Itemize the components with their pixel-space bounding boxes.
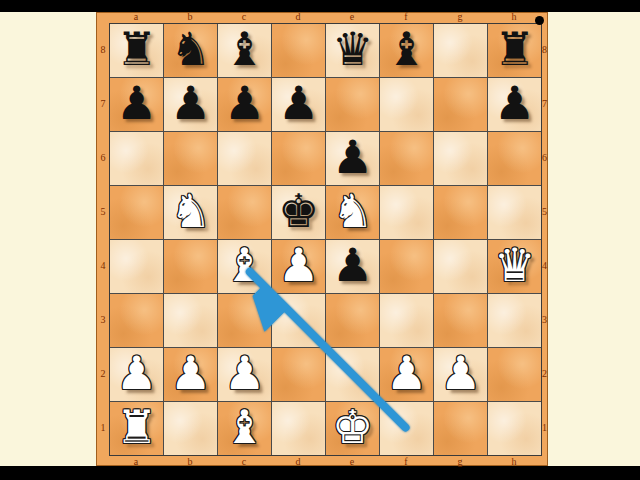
rank-label-left-4: 4 (97, 239, 109, 293)
black-rook[interactable]: ♜ (110, 24, 163, 77)
square-f6[interactable] (380, 132, 433, 185)
rank-label-right-8: 8 (540, 23, 549, 77)
rank-label-left-8: 8 (97, 23, 109, 77)
square-a4[interactable] (110, 240, 163, 293)
rank-label-right-1: 1 (540, 401, 549, 455)
rank-label-left-5: 5 (97, 185, 109, 239)
white-pawn[interactable]: ♟ (164, 348, 217, 401)
black-bishop[interactable]: ♝ (218, 24, 271, 77)
square-c5[interactable] (218, 186, 271, 239)
square-f5[interactable] (380, 186, 433, 239)
file-label-bottom-h: h (487, 456, 541, 467)
square-h8[interactable]: ♜ (488, 24, 541, 77)
white-bishop[interactable]: ♝ (218, 402, 271, 455)
square-d4[interactable]: ♟ (272, 240, 325, 293)
square-f4[interactable] (380, 240, 433, 293)
white-pawn[interactable]: ♟ (110, 348, 163, 401)
square-h4[interactable]: ♛ (488, 240, 541, 293)
side-to-move-indicator (535, 16, 544, 25)
letterbox-bottom-bar (0, 466, 640, 480)
white-knight[interactable]: ♞ (164, 186, 217, 239)
rank-label-left-7: 7 (97, 77, 109, 131)
square-e6[interactable]: ♟ (326, 132, 379, 185)
square-h2[interactable] (488, 348, 541, 401)
square-e5[interactable]: ♞ (326, 186, 379, 239)
white-rook[interactable]: ♜ (110, 402, 163, 455)
letterbox-top-bar (0, 0, 640, 12)
black-king[interactable]: ♚ (272, 186, 325, 239)
square-e1[interactable]: ♚ (326, 402, 379, 455)
square-g2[interactable]: ♟ (434, 348, 487, 401)
rank-label-right-4: 4 (540, 239, 549, 293)
square-c7[interactable]: ♟ (218, 78, 271, 131)
square-a7[interactable]: ♟ (110, 78, 163, 131)
square-b8[interactable]: ♞ (164, 24, 217, 77)
square-d1[interactable] (272, 402, 325, 455)
square-f7[interactable] (380, 78, 433, 131)
rank-label-left-6: 6 (97, 131, 109, 185)
square-d8[interactable] (272, 24, 325, 77)
square-d7[interactable]: ♟ (272, 78, 325, 131)
black-pawn[interactable]: ♟ (218, 78, 271, 131)
square-a1[interactable]: ♜ (110, 402, 163, 455)
square-g5[interactable] (434, 186, 487, 239)
square-g7[interactable] (434, 78, 487, 131)
black-rook[interactable]: ♜ (488, 24, 541, 77)
rank-label-left-3: 3 (97, 293, 109, 347)
square-e2[interactable] (326, 348, 379, 401)
file-label-bottom-f: f (379, 456, 433, 467)
black-bishop[interactable]: ♝ (380, 24, 433, 77)
file-label-top-g: g (433, 12, 487, 22)
white-pawn[interactable]: ♟ (272, 240, 325, 293)
square-d6[interactable] (272, 132, 325, 185)
file-label-bottom-g: g (433, 456, 487, 467)
square-b5[interactable]: ♞ (164, 186, 217, 239)
square-d3[interactable] (272, 294, 325, 347)
square-e7[interactable] (326, 78, 379, 131)
square-h1[interactable] (488, 402, 541, 455)
square-g4[interactable] (434, 240, 487, 293)
square-g8[interactable] (434, 24, 487, 77)
square-a2[interactable]: ♟ (110, 348, 163, 401)
square-g3[interactable] (434, 294, 487, 347)
square-a6[interactable] (110, 132, 163, 185)
white-pawn[interactable]: ♟ (218, 348, 271, 401)
square-b7[interactable]: ♟ (164, 78, 217, 131)
file-label-top-d: d (271, 12, 325, 22)
white-knight[interactable]: ♞ (326, 186, 379, 239)
square-b1[interactable] (164, 402, 217, 455)
square-h6[interactable] (488, 132, 541, 185)
white-bishop[interactable]: ♝ (218, 240, 271, 293)
square-a8[interactable]: ♜ (110, 24, 163, 77)
file-label-bottom-e: e (325, 456, 379, 467)
rank-label-right-3: 3 (540, 293, 549, 347)
file-label-bottom-c: c (217, 456, 271, 467)
square-d2[interactable] (272, 348, 325, 401)
square-c6[interactable] (218, 132, 271, 185)
square-e3[interactable] (326, 294, 379, 347)
rank-label-left-2: 2 (97, 347, 109, 401)
rank-label-right-7: 7 (540, 77, 549, 131)
square-c2[interactable]: ♟ (218, 348, 271, 401)
black-pawn[interactable]: ♟ (326, 132, 379, 185)
file-label-top-h: h (487, 12, 541, 22)
square-e8[interactable]: ♛ (326, 24, 379, 77)
square-a5[interactable] (110, 186, 163, 239)
square-b2[interactable]: ♟ (164, 348, 217, 401)
square-h5[interactable] (488, 186, 541, 239)
file-label-top-b: b (163, 12, 217, 22)
square-c3[interactable] (218, 294, 271, 347)
square-c1[interactable]: ♝ (218, 402, 271, 455)
black-pawn[interactable]: ♟ (488, 78, 541, 131)
white-king[interactable]: ♚ (326, 402, 379, 455)
file-label-top-f: f (379, 12, 433, 22)
file-label-bottom-d: d (271, 456, 325, 467)
square-g1[interactable] (434, 402, 487, 455)
white-pawn[interactable]: ♟ (434, 348, 487, 401)
square-b6[interactable] (164, 132, 217, 185)
rank-label-right-6: 6 (540, 131, 549, 185)
file-label-bottom-a: a (109, 456, 163, 467)
white-pawn[interactable]: ♟ (380, 348, 433, 401)
rank-label-right-2: 2 (540, 347, 549, 401)
square-h7[interactable]: ♟ (488, 78, 541, 131)
square-a3[interactable] (110, 294, 163, 347)
square-b4[interactable] (164, 240, 217, 293)
file-label-top-c: c (217, 12, 271, 22)
square-d5[interactable]: ♚ (272, 186, 325, 239)
black-queen[interactable]: ♛ (326, 24, 379, 77)
square-f3[interactable] (380, 294, 433, 347)
file-label-top-e: e (325, 12, 379, 22)
black-pawn[interactable]: ♟ (164, 78, 217, 131)
square-f8[interactable]: ♝ (380, 24, 433, 77)
black-pawn[interactable]: ♟ (110, 78, 163, 131)
file-label-top-a: a (109, 12, 163, 22)
square-e4[interactable]: ♟ (326, 240, 379, 293)
black-pawn[interactable]: ♟ (272, 78, 325, 131)
square-h3[interactable] (488, 294, 541, 347)
square-c4[interactable]: ♝ (218, 240, 271, 293)
square-f1[interactable] (380, 402, 433, 455)
white-queen[interactable]: ♛ (488, 240, 541, 293)
black-pawn[interactable]: ♟ (326, 240, 379, 293)
rank-label-right-5: 5 (540, 185, 549, 239)
square-b3[interactable] (164, 294, 217, 347)
rank-label-left-1: 1 (97, 401, 109, 455)
square-c8[interactable]: ♝ (218, 24, 271, 77)
square-f2[interactable]: ♟ (380, 348, 433, 401)
black-knight[interactable]: ♞ (164, 24, 217, 77)
file-label-bottom-b: b (163, 456, 217, 467)
square-g6[interactable] (434, 132, 487, 185)
chessboard-frame: ♜♞♝♛♝♜♟♟♟♟♟♟♞♚♞♝♟♟♛♟♟♟♟♟♜♝♚ aabbccddeeff… (96, 12, 548, 466)
chessboard: ♜♞♝♛♝♜♟♟♟♟♟♟♞♚♞♝♟♟♛♟♟♟♟♟♜♝♚ (109, 23, 542, 456)
